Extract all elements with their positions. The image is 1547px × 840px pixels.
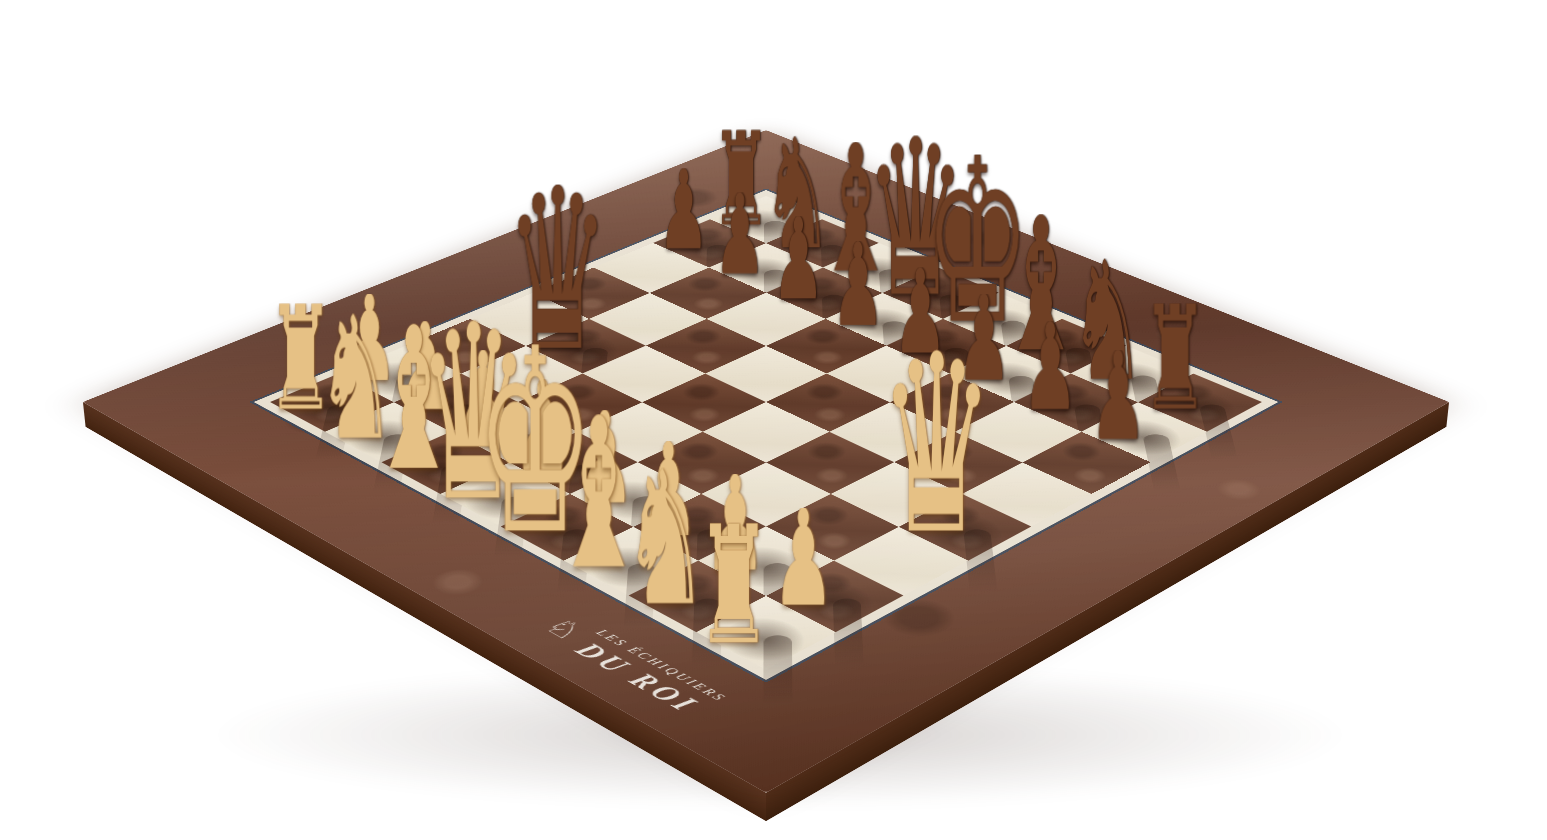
black-pawn: ♟ xyxy=(831,241,885,331)
white-rook: ♜ xyxy=(696,522,772,649)
black-pawn: ♟ xyxy=(1090,350,1147,446)
white-pawn: ♟ xyxy=(773,508,835,612)
black-pawn: ♟ xyxy=(1022,321,1078,415)
black-rook: ♜ xyxy=(1141,303,1208,415)
black-pawn: ♟ xyxy=(772,216,825,304)
white-queen-spare: ♛ xyxy=(879,349,994,541)
black-pawn: ♟ xyxy=(714,192,766,279)
black-pawn: ♟ xyxy=(658,168,709,254)
